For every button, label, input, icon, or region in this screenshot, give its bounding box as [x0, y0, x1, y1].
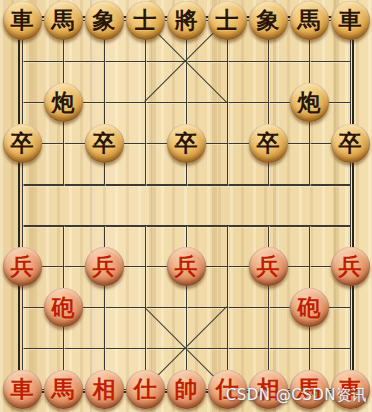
- grid-line: [350, 20, 351, 390]
- black-soldier-piece[interactable]: 卒: [331, 124, 370, 163]
- red-cannon-piece[interactable]: 砲: [290, 288, 329, 327]
- black-soldier-piece[interactable]: 卒: [3, 124, 42, 163]
- black-soldier-piece[interactable]: 卒: [167, 124, 206, 163]
- black-horse-piece[interactable]: 馬: [44, 1, 83, 40]
- red-cannon-piece[interactable]: 砲: [44, 288, 83, 327]
- black-elephant-piece[interactable]: 象: [85, 1, 124, 40]
- black-chariot-piece[interactable]: 車: [3, 1, 42, 40]
- red-general-piece[interactable]: 帥: [167, 370, 206, 409]
- black-cannon-piece[interactable]: 炮: [44, 83, 83, 122]
- xiangqi-board[interactable]: 車馬象士將士象馬車炮炮卒卒卒卒卒兵兵兵兵兵砲砲車馬相仕帥仕相馬車 CSDN @C…: [0, 0, 372, 412]
- red-elephant-piece[interactable]: 相: [85, 370, 124, 409]
- black-elephant-piece[interactable]: 象: [249, 1, 288, 40]
- black-soldier-piece[interactable]: 卒: [249, 124, 288, 163]
- red-soldier-piece[interactable]: 兵: [167, 247, 206, 286]
- red-soldier-piece[interactable]: 兵: [85, 247, 124, 286]
- grid-line: [227, 20, 228, 185]
- black-chariot-piece[interactable]: 車: [331, 1, 370, 40]
- black-general-piece[interactable]: 將: [167, 1, 206, 40]
- red-elephant-piece[interactable]: 相: [249, 370, 288, 409]
- grid-line: [22, 20, 23, 390]
- red-soldier-piece[interactable]: 兵: [3, 247, 42, 286]
- red-advisor-piece[interactable]: 仕: [208, 370, 247, 409]
- grid-line: [227, 225, 228, 390]
- black-horse-piece[interactable]: 馬: [290, 1, 329, 40]
- black-cannon-piece[interactable]: 炮: [290, 83, 329, 122]
- black-soldier-piece[interactable]: 卒: [85, 124, 124, 163]
- grid-line: [145, 20, 146, 185]
- red-chariot-piece[interactable]: 車: [3, 370, 42, 409]
- red-soldier-piece[interactable]: 兵: [331, 247, 370, 286]
- black-advisor-piece[interactable]: 士: [208, 1, 247, 40]
- red-advisor-piece[interactable]: 仕: [126, 370, 165, 409]
- red-horse-piece[interactable]: 馬: [44, 370, 83, 409]
- black-advisor-piece[interactable]: 士: [126, 1, 165, 40]
- red-chariot-piece[interactable]: 車: [331, 370, 370, 409]
- red-horse-piece[interactable]: 馬: [290, 370, 329, 409]
- red-soldier-piece[interactable]: 兵: [249, 247, 288, 286]
